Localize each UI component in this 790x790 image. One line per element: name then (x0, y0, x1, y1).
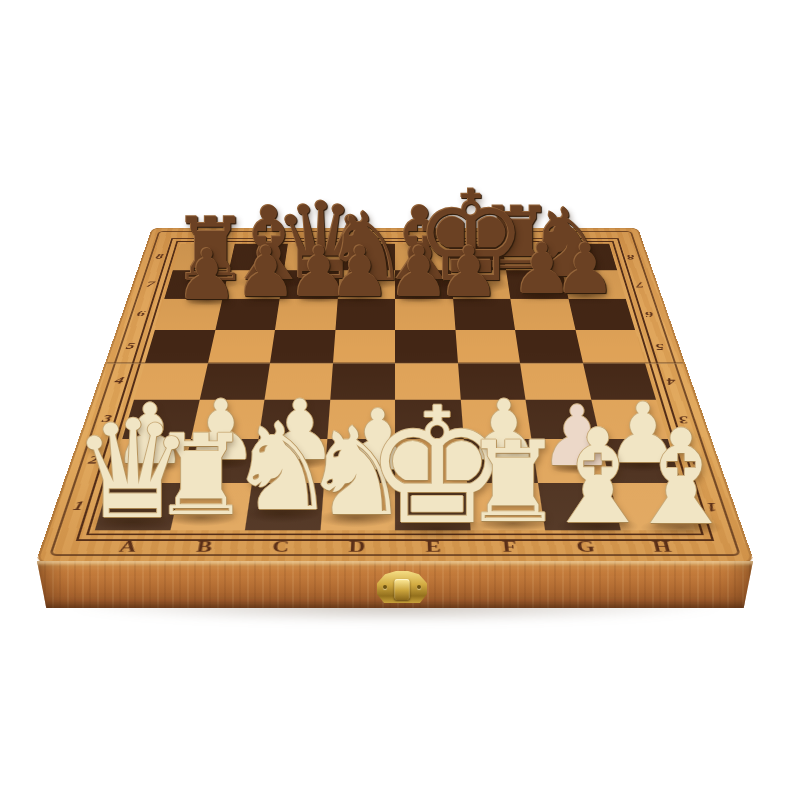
piece-dark-pawn-d7[interactable]: ♟ (329, 237, 391, 307)
pieces-layer: ♜♞♛♝♝♚♞♜♟♟♟♟♟♟♟♟♟♟♟♟♟♟♟♞♜♞♛♚♜♝♝ (0, 0, 790, 790)
brass-clasp (377, 571, 427, 603)
square-f5[interactable] (455, 330, 520, 363)
pawn-glyph: ♟ (329, 237, 391, 307)
bishop-glyph: ♝ (622, 413, 739, 544)
square-g5[interactable] (515, 330, 583, 363)
clasp-hasp (395, 579, 410, 600)
queen-glyph: ♛ (72, 403, 194, 539)
piece-light-queen-a1[interactable]: ♛ (72, 403, 194, 539)
pawn-glyph: ♟ (438, 237, 500, 307)
piece-dark-pawn-a7[interactable]: ♟ (176, 240, 239, 310)
rank-label-right-6: 6 (626, 299, 674, 330)
pawn-glyph: ♟ (176, 240, 239, 310)
piece-dark-pawn-h7[interactable]: ♟ (554, 235, 616, 304)
box-front-side (37, 561, 753, 608)
square-a5[interactable] (145, 330, 215, 363)
square-h5[interactable] (575, 330, 645, 363)
rank-label-right-7: 7 (617, 270, 662, 299)
photo-stage: ABCDEFGH 87654321 87654321 ♜♞♛♝♝♚♞♜♟♟♟♟♟… (0, 0, 790, 790)
piece-light-bishop-h1[interactable]: ♝ (622, 413, 739, 544)
piece-dark-pawn-f7[interactable]: ♟ (438, 237, 500, 307)
square-b5[interactable] (208, 330, 276, 363)
square-e5[interactable] (395, 330, 458, 363)
square-d5[interactable] (333, 330, 396, 363)
pawn-glyph: ♟ (554, 235, 616, 304)
square-c5[interactable] (270, 330, 335, 363)
